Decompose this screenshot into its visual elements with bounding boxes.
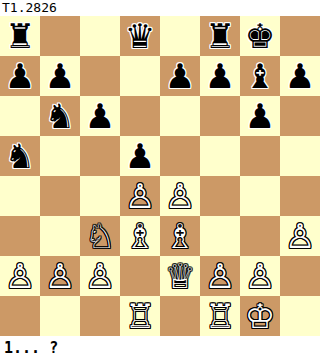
square-c3[interactable]: ♘: [80, 216, 120, 256]
white-bishop-piece[interactable]: ♗: [160, 216, 200, 256]
square-a1[interactable]: [0, 296, 40, 336]
black-pawn-piece[interactable]: ♟: [0, 56, 40, 96]
black-knight-piece[interactable]: ♞: [0, 136, 40, 176]
square-b5[interactable]: [40, 136, 80, 176]
square-c6[interactable]: ♟: [80, 96, 120, 136]
square-b8[interactable]: [40, 16, 80, 56]
square-e7[interactable]: ♟: [160, 56, 200, 96]
square-g6[interactable]: ♟: [240, 96, 280, 136]
square-f8[interactable]: ♜: [200, 16, 240, 56]
black-pawn-piece[interactable]: ♟: [80, 96, 120, 136]
white-pawn-piece[interactable]: ♙: [280, 216, 320, 256]
square-a4[interactable]: [0, 176, 40, 216]
black-pawn-piece[interactable]: ♟: [200, 56, 240, 96]
square-h3[interactable]: ♙: [280, 216, 320, 256]
white-knight-piece[interactable]: ♘: [80, 216, 120, 256]
square-e1[interactable]: [160, 296, 200, 336]
square-f5[interactable]: [200, 136, 240, 176]
white-pawn-piece[interactable]: ♙: [40, 256, 80, 296]
white-pawn-piece[interactable]: ♙: [80, 256, 120, 296]
square-h2[interactable]: [280, 256, 320, 296]
square-d6[interactable]: [120, 96, 160, 136]
square-g2[interactable]: ♙: [240, 256, 280, 296]
white-pawn-piece[interactable]: ♙: [120, 176, 160, 216]
square-a7[interactable]: ♟: [0, 56, 40, 96]
square-h7[interactable]: ♟: [280, 56, 320, 96]
square-a5[interactable]: ♞: [0, 136, 40, 176]
square-h5[interactable]: [280, 136, 320, 176]
square-e3[interactable]: ♗: [160, 216, 200, 256]
square-d8[interactable]: ♛: [120, 16, 160, 56]
square-c7[interactable]: [80, 56, 120, 96]
white-pawn-piece[interactable]: ♙: [200, 256, 240, 296]
square-e5[interactable]: [160, 136, 200, 176]
square-a8[interactable]: ♜: [0, 16, 40, 56]
square-g5[interactable]: [240, 136, 280, 176]
square-c4[interactable]: [80, 176, 120, 216]
square-g1[interactable]: ♔: [240, 296, 280, 336]
black-pawn-piece[interactable]: ♟: [120, 136, 160, 176]
black-queen-piece[interactable]: ♛: [120, 16, 160, 56]
square-d7[interactable]: [120, 56, 160, 96]
black-rook-piece[interactable]: ♜: [0, 16, 40, 56]
square-f1[interactable]: ♖: [200, 296, 240, 336]
puzzle-id-label: T1.2826: [0, 0, 320, 16]
square-e8[interactable]: [160, 16, 200, 56]
square-g4[interactable]: [240, 176, 280, 216]
white-pawn-piece[interactable]: ♙: [160, 176, 200, 216]
square-g3[interactable]: [240, 216, 280, 256]
chess-board: ♜♛♜♚♟♟♟♟♝♟♞♟♟♞♟♙♙♘♗♗♙♙♙♙♕♙♙♖♖♔: [0, 16, 320, 336]
square-a6[interactable]: [0, 96, 40, 136]
square-b7[interactable]: ♟: [40, 56, 80, 96]
square-a3[interactable]: [0, 216, 40, 256]
square-c8[interactable]: [80, 16, 120, 56]
chess-app-window: T1.2826 ♜♛♜♚♟♟♟♟♝♟♞♟♟♞♟♙♙♘♗♗♙♙♙♙♕♙♙♖♖♔ 1…: [0, 0, 320, 360]
black-pawn-piece[interactable]: ♟: [280, 56, 320, 96]
square-e6[interactable]: [160, 96, 200, 136]
square-c5[interactable]: [80, 136, 120, 176]
square-h4[interactable]: [280, 176, 320, 216]
square-h6[interactable]: [280, 96, 320, 136]
square-e2[interactable]: ♕: [160, 256, 200, 296]
square-c1[interactable]: [80, 296, 120, 336]
square-b4[interactable]: [40, 176, 80, 216]
black-king-piece[interactable]: ♚: [240, 16, 280, 56]
square-f7[interactable]: ♟: [200, 56, 240, 96]
white-rook-piece[interactable]: ♖: [120, 296, 160, 336]
white-rook-piece[interactable]: ♖: [200, 296, 240, 336]
square-d2[interactable]: [120, 256, 160, 296]
square-h8[interactable]: [280, 16, 320, 56]
square-b2[interactable]: ♙: [40, 256, 80, 296]
square-f3[interactable]: [200, 216, 240, 256]
square-a2[interactable]: ♙: [0, 256, 40, 296]
square-g7[interactable]: ♝: [240, 56, 280, 96]
square-f2[interactable]: ♙: [200, 256, 240, 296]
black-knight-piece[interactable]: ♞: [40, 96, 80, 136]
white-bishop-piece[interactable]: ♗: [120, 216, 160, 256]
move-prompt-label: 1... ?: [0, 336, 320, 360]
square-d4[interactable]: ♙: [120, 176, 160, 216]
square-b3[interactable]: [40, 216, 80, 256]
black-rook-piece[interactable]: ♜: [200, 16, 240, 56]
black-pawn-piece[interactable]: ♟: [40, 56, 80, 96]
white-pawn-piece[interactable]: ♙: [240, 256, 280, 296]
square-c2[interactable]: ♙: [80, 256, 120, 296]
square-b6[interactable]: ♞: [40, 96, 80, 136]
black-pawn-piece[interactable]: ♟: [240, 96, 280, 136]
square-d3[interactable]: ♗: [120, 216, 160, 256]
square-e4[interactable]: ♙: [160, 176, 200, 216]
square-f4[interactable]: [200, 176, 240, 216]
square-b1[interactable]: [40, 296, 80, 336]
square-d5[interactable]: ♟: [120, 136, 160, 176]
black-pawn-piece[interactable]: ♟: [160, 56, 200, 96]
white-king-piece[interactable]: ♔: [240, 296, 280, 336]
white-queen-piece[interactable]: ♕: [160, 256, 200, 296]
square-h1[interactable]: [280, 296, 320, 336]
square-g8[interactable]: ♚: [240, 16, 280, 56]
square-f6[interactable]: [200, 96, 240, 136]
white-pawn-piece[interactable]: ♙: [0, 256, 40, 296]
square-d1[interactable]: ♖: [120, 296, 160, 336]
black-bishop-piece[interactable]: ♝: [240, 56, 280, 96]
